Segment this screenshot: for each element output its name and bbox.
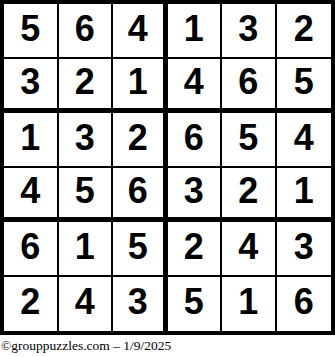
cell-r3c3: 2 xyxy=(113,113,168,168)
cell-r3c1: 1 xyxy=(4,113,59,168)
cell-r2c6: 5 xyxy=(277,59,332,114)
sudoku-board: 564132321465132654456321615243243516 xyxy=(0,0,335,335)
cell-r1c6: 2 xyxy=(277,4,332,59)
cell-r3c4: 6 xyxy=(168,113,223,168)
cell-r6c2: 4 xyxy=(59,277,114,332)
cell-r5c6: 3 xyxy=(277,222,332,277)
cell-r2c2: 2 xyxy=(59,59,114,114)
cell-r6c4: 5 xyxy=(168,277,223,332)
cell-r2c1: 3 xyxy=(4,59,59,114)
cell-r2c4: 4 xyxy=(168,59,223,114)
cell-r4c4: 3 xyxy=(168,168,223,223)
cell-r1c3: 4 xyxy=(113,4,168,59)
cell-r2c3: 1 xyxy=(113,59,168,114)
cell-r2c5: 6 xyxy=(222,59,277,114)
cell-r4c3: 6 xyxy=(113,168,168,223)
cell-r5c4: 2 xyxy=(168,222,223,277)
cell-r1c1: 5 xyxy=(4,4,59,59)
cell-r6c5: 1 xyxy=(222,277,277,332)
cell-r6c1: 2 xyxy=(4,277,59,332)
cell-r4c5: 2 xyxy=(222,168,277,223)
cell-r3c5: 5 xyxy=(222,113,277,168)
cell-r5c2: 1 xyxy=(59,222,114,277)
cell-r3c2: 3 xyxy=(59,113,114,168)
cell-r1c2: 6 xyxy=(59,4,114,59)
sudoku-page: 564132321465132654456321615243243516 ©gr… xyxy=(0,0,335,357)
cell-r3c6: 4 xyxy=(277,113,332,168)
copyright-text: ©grouppuzzles.com – 1/9/2025 xyxy=(1,338,171,354)
cell-r4c1: 4 xyxy=(4,168,59,223)
cell-r6c6: 6 xyxy=(277,277,332,332)
cell-r4c6: 1 xyxy=(277,168,332,223)
cell-r5c1: 6 xyxy=(4,222,59,277)
cell-r1c4: 1 xyxy=(168,4,223,59)
cell-r5c3: 5 xyxy=(113,222,168,277)
cell-r6c3: 3 xyxy=(113,277,168,332)
cell-r1c5: 3 xyxy=(222,4,277,59)
cell-r5c5: 4 xyxy=(222,222,277,277)
cell-r4c2: 5 xyxy=(59,168,114,223)
